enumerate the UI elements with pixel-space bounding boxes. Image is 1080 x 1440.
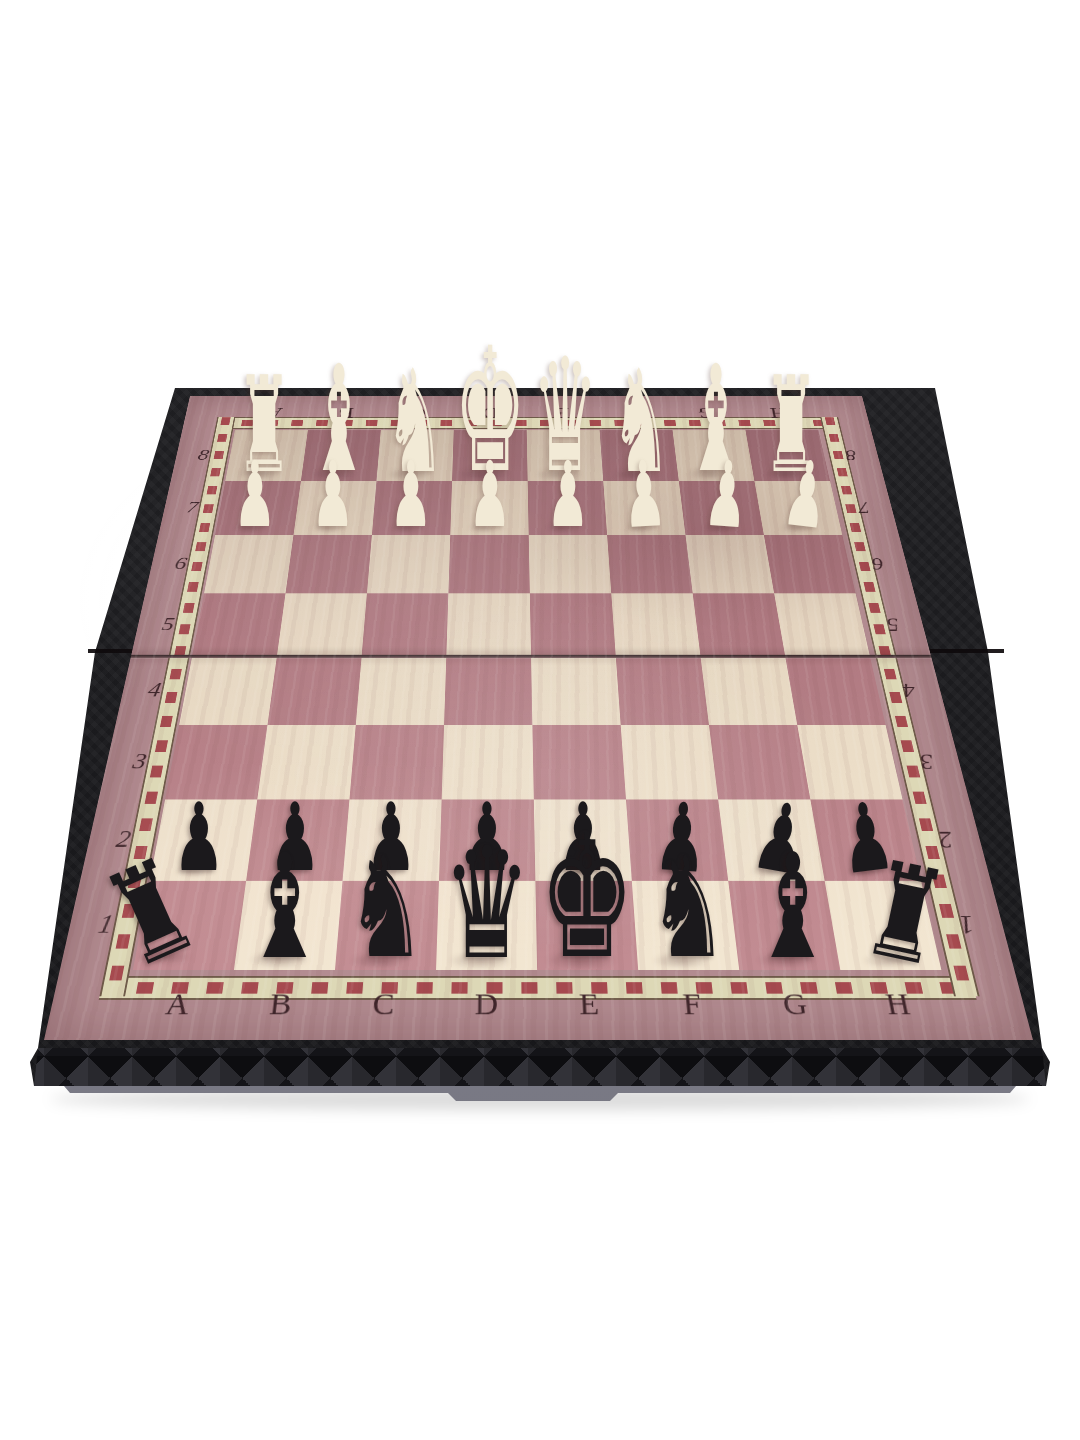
page: { "game": "chess", "scene": "Overhead pr… <box>0 0 1080 1440</box>
chess-set-photo: AABBCCDDEEFFGGHH8877665544332211 ♜♝♞♚♛♞♝… <box>0 0 1080 1440</box>
pieces-layer: ♜♝♞♚♛♞♝♜♟♟♟♟♟♟♟♟♟♟♟♟♟♟♟♟♜♝♞♛♚♞♝♜ <box>0 0 1080 1440</box>
